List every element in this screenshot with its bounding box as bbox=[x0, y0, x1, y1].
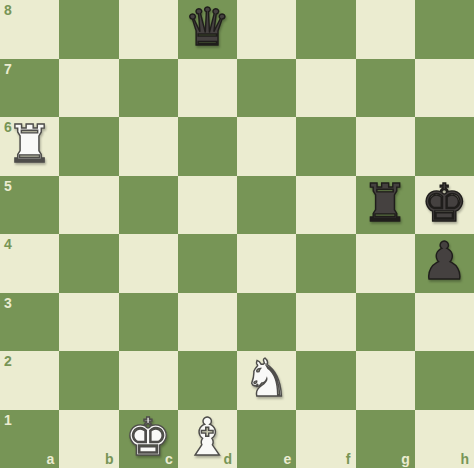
square-e1[interactable]: e bbox=[237, 410, 296, 468]
square-g5[interactable]: ♜ bbox=[356, 176, 415, 235]
square-g3[interactable] bbox=[356, 293, 415, 352]
square-c6[interactable] bbox=[119, 117, 178, 176]
square-e6[interactable] bbox=[237, 117, 296, 176]
square-f1[interactable]: f bbox=[296, 410, 355, 468]
file-label-e: e bbox=[283, 452, 291, 466]
square-g6[interactable] bbox=[356, 117, 415, 176]
square-b7[interactable] bbox=[59, 59, 118, 118]
square-c3[interactable] bbox=[119, 293, 178, 352]
file-label-g: g bbox=[401, 452, 410, 466]
square-c4[interactable] bbox=[119, 234, 178, 293]
square-h5[interactable]: ♚ bbox=[415, 176, 474, 235]
file-label-h: h bbox=[460, 452, 469, 466]
square-h6[interactable] bbox=[415, 117, 474, 176]
square-a3[interactable]: 3 bbox=[0, 293, 59, 352]
square-e5[interactable] bbox=[237, 176, 296, 235]
rank-label-7: 7 bbox=[4, 62, 12, 76]
square-c7[interactable] bbox=[119, 59, 178, 118]
piece-white-knight-e2[interactable]: ♞ bbox=[243, 352, 290, 404]
square-d1[interactable]: d♝ bbox=[178, 410, 237, 468]
rank-label-1: 1 bbox=[4, 413, 12, 427]
square-d3[interactable] bbox=[178, 293, 237, 352]
square-a2[interactable]: 2 bbox=[0, 351, 59, 410]
square-b3[interactable] bbox=[59, 293, 118, 352]
square-d7[interactable] bbox=[178, 59, 237, 118]
square-h2[interactable] bbox=[415, 351, 474, 410]
square-b4[interactable] bbox=[59, 234, 118, 293]
file-label-f: f bbox=[346, 452, 351, 466]
square-a1[interactable]: 1a bbox=[0, 410, 59, 468]
rank-label-8: 8 bbox=[4, 3, 12, 17]
square-f7[interactable] bbox=[296, 59, 355, 118]
square-b5[interactable] bbox=[59, 176, 118, 235]
piece-black-king-h5[interactable]: ♚ bbox=[421, 177, 468, 229]
square-a4[interactable]: 4 bbox=[0, 234, 59, 293]
square-g8[interactable] bbox=[356, 0, 415, 59]
rank-label-4: 4 bbox=[4, 237, 12, 251]
square-b1[interactable]: b bbox=[59, 410, 118, 468]
square-f4[interactable] bbox=[296, 234, 355, 293]
square-f8[interactable] bbox=[296, 0, 355, 59]
piece-black-queen-d8[interactable]: ♛ bbox=[184, 1, 231, 53]
chess-board: 8♛76♜5♜♚4♟32♞1abc♚d♝efgh bbox=[0, 0, 474, 468]
square-g1[interactable]: g bbox=[356, 410, 415, 468]
square-c1[interactable]: c♚ bbox=[119, 410, 178, 468]
square-e3[interactable] bbox=[237, 293, 296, 352]
square-a8[interactable]: 8 bbox=[0, 0, 59, 59]
square-b2[interactable] bbox=[59, 351, 118, 410]
square-e2[interactable]: ♞ bbox=[237, 351, 296, 410]
square-f3[interactable] bbox=[296, 293, 355, 352]
square-h3[interactable] bbox=[415, 293, 474, 352]
square-f6[interactable] bbox=[296, 117, 355, 176]
square-d6[interactable] bbox=[178, 117, 237, 176]
square-d5[interactable] bbox=[178, 176, 237, 235]
piece-black-pawn-h4[interactable]: ♟ bbox=[421, 235, 468, 287]
file-label-a: a bbox=[46, 452, 54, 466]
square-h4[interactable]: ♟ bbox=[415, 234, 474, 293]
square-b8[interactable] bbox=[59, 0, 118, 59]
piece-white-rook-a6[interactable]: ♜ bbox=[6, 118, 53, 170]
rank-label-2: 2 bbox=[4, 354, 12, 368]
file-label-b: b bbox=[105, 452, 114, 466]
square-g2[interactable] bbox=[356, 351, 415, 410]
square-d2[interactable] bbox=[178, 351, 237, 410]
square-a7[interactable]: 7 bbox=[0, 59, 59, 118]
square-g4[interactable] bbox=[356, 234, 415, 293]
square-b6[interactable] bbox=[59, 117, 118, 176]
square-h7[interactable] bbox=[415, 59, 474, 118]
square-a6[interactable]: 6♜ bbox=[0, 117, 59, 176]
square-f5[interactable] bbox=[296, 176, 355, 235]
square-g7[interactable] bbox=[356, 59, 415, 118]
piece-black-rook-g5[interactable]: ♜ bbox=[362, 177, 409, 229]
piece-white-king-c1[interactable]: ♚ bbox=[125, 411, 172, 463]
square-e4[interactable] bbox=[237, 234, 296, 293]
square-c8[interactable] bbox=[119, 0, 178, 59]
rank-label-3: 3 bbox=[4, 296, 12, 310]
square-h1[interactable]: h bbox=[415, 410, 474, 468]
square-d4[interactable] bbox=[178, 234, 237, 293]
square-c2[interactable] bbox=[119, 351, 178, 410]
square-h8[interactable] bbox=[415, 0, 474, 59]
square-f2[interactable] bbox=[296, 351, 355, 410]
square-a5[interactable]: 5 bbox=[0, 176, 59, 235]
square-e8[interactable] bbox=[237, 0, 296, 59]
piece-white-bishop-d1[interactable]: ♝ bbox=[184, 411, 231, 463]
square-e7[interactable] bbox=[237, 59, 296, 118]
square-c5[interactable] bbox=[119, 176, 178, 235]
square-d8[interactable]: ♛ bbox=[178, 0, 237, 59]
rank-label-5: 5 bbox=[4, 179, 12, 193]
